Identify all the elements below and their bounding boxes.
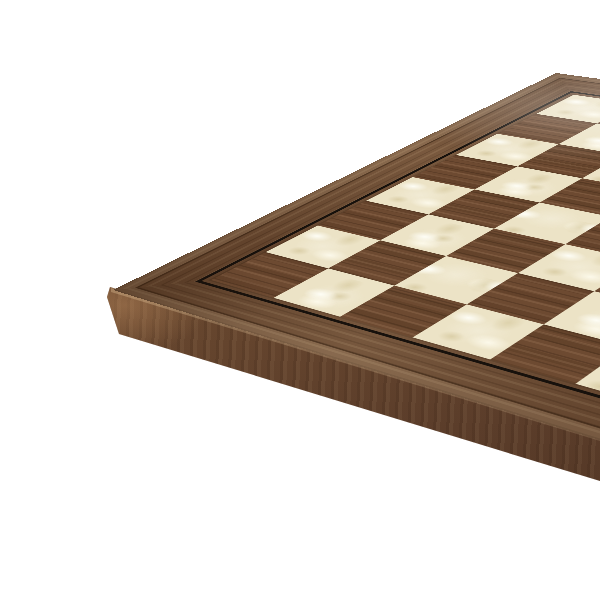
photo-background	[0, 0, 600, 600]
chessboard-scene	[0, 0, 600, 600]
chessboard	[113, 73, 600, 545]
